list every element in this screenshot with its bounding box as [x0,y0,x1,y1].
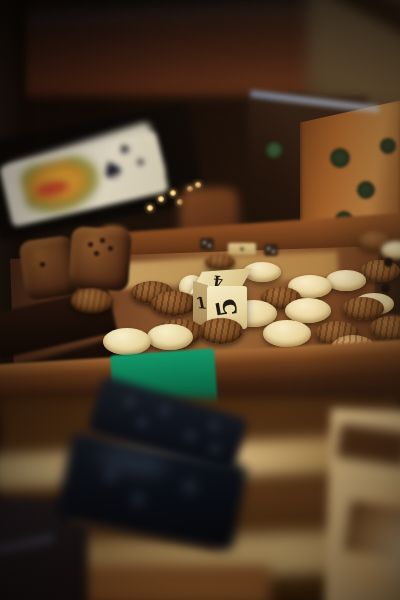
checker-light [147,324,193,350]
domino-pip [131,492,145,506]
checker-brown [71,289,113,313]
metal-pip-sparkle [158,196,164,202]
small-rail-die [264,244,278,256]
die-box-pip [265,141,283,159]
die-box-pip [380,138,396,154]
checker-light [285,298,331,323]
die-box-pip [357,181,375,199]
small-rail-die [200,238,214,250]
checker-light [326,270,366,291]
checker-brown [151,291,197,316]
rail-tile [228,243,256,255]
domino-pip [136,417,147,428]
die-front-value: 5 [210,296,244,320]
checker-light [103,328,151,355]
wooden-die-pip [100,238,105,243]
domino-pip [183,480,197,494]
plank-hole [381,284,390,293]
wooden-die-pip [88,242,93,247]
checker-brown [205,254,235,270]
checker-brown [360,260,400,282]
domino-pip [103,469,117,483]
metal-pip-sparkle [147,205,153,211]
checker-brown [342,297,384,320]
checker-brown [199,318,243,344]
domino-pip [209,420,220,431]
plank-hole [384,258,393,267]
wooden-die [68,226,132,292]
domino-pip [124,397,135,408]
metal-pip-sparkle [170,190,176,196]
die-box-pip [330,148,350,168]
wooden-die-pip [40,262,45,267]
domino-pip [210,444,221,455]
checker-light [263,320,311,347]
wooden-die-pip [108,246,113,251]
domino-pip [185,430,196,441]
domino-pip [159,405,170,416]
wooden-die-pip [94,251,99,256]
photo-scene: ♠ ♠ ♠ 4 1 5 [0,0,400,600]
spade-suit-icon: ♠ [134,155,148,169]
